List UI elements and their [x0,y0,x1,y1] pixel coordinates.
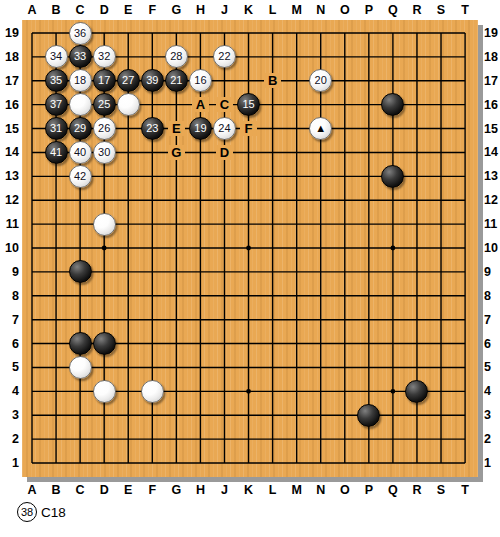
coord-bottom-F: F [140,482,164,498]
coord-right-18: 18 [484,49,500,65]
stone-white-J15[interactable]: 24 [213,117,236,140]
stone-number: 17 [98,75,110,86]
stone-black-D16[interactable]: 25 [93,93,116,116]
coord-left-3: 3 [0,407,19,423]
coord-top-E: E [116,2,140,18]
stone-number: 39 [146,75,158,86]
coord-right-8: 8 [484,288,500,304]
coord-left-4: 4 [0,383,19,399]
stone-white-D11[interactable] [93,213,116,236]
stone-number: 25 [98,99,110,110]
star-point-Q10 [391,246,396,251]
coord-right-19: 19 [484,25,500,41]
stone-number: 37 [50,99,62,110]
coord-left-9: 9 [0,264,19,280]
stone-number: 15 [242,99,254,110]
coord-top-G: G [164,2,188,18]
coord-right-11: 11 [484,216,500,232]
stone-black-C9[interactable] [69,260,92,283]
stone-number: 24 [218,123,230,134]
coord-top-M: M [285,2,309,18]
coord-right-15: 15 [484,121,500,137]
coord-left-13: 13 [0,168,19,184]
coord-bottom-C: C [68,482,92,498]
coord-bottom-T: T [453,482,477,498]
coord-top-F: F [140,2,164,18]
coord-top-H: H [188,2,212,18]
stone-number: 41 [50,147,62,158]
stone-number: 21 [170,75,182,86]
coord-left-8: 8 [0,288,19,304]
stone-number: 18 [74,75,86,86]
coord-right-14: 14 [484,144,500,160]
coord-top-N: N [309,2,333,18]
stone-black-F15[interactable]: 23 [141,117,164,140]
stone-number: 36 [74,28,86,39]
stone-black-D6[interactable] [93,332,116,355]
coord-left-12: 12 [0,192,19,208]
stone-white-D18[interactable]: 32 [93,45,116,68]
coord-top-S: S [429,2,453,18]
stone-number: 34 [50,51,62,62]
coord-left-19: 19 [0,25,19,41]
stone-white-D14[interactable]: 30 [93,141,116,164]
coord-bottom-Q: Q [381,482,405,498]
coord-left-10: 10 [0,240,19,256]
stone-white-B18[interactable]: 34 [45,45,68,68]
stone-number: 27 [122,75,134,86]
stone-number: 16 [194,75,206,86]
coord-right-1: 1 [484,455,500,471]
stone-black-E17[interactable]: 27 [117,69,140,92]
stone-white-C14[interactable]: 40 [69,141,92,164]
star-point-K4 [246,389,251,394]
go-board[interactable]: 3634333228223518172739211620372515312926… [22,20,478,477]
coord-bottom-H: H [188,482,212,498]
coord-left-7: 7 [0,312,19,328]
board-grid [22,20,478,477]
point-label-E: E [168,121,185,136]
coord-right-3: 3 [484,407,500,423]
coord-top-C: C [68,2,92,18]
stone-number: 32 [98,51,110,62]
coord-bottom-D: D [92,482,116,498]
point-label-G: G [168,145,185,160]
point-label-C: C [216,97,233,112]
stone-black-C15[interactable]: 29 [69,117,92,140]
stone-white-F4[interactable] [141,380,164,403]
stone-white-C17[interactable]: 18 [69,69,92,92]
stone-number: 35 [50,75,62,86]
coord-right-12: 12 [484,192,500,208]
coord-bottom-G: G [164,482,188,498]
point-label-A: A [192,97,209,112]
stone-black-H15[interactable]: 19 [189,117,212,140]
stone-number: 20 [315,75,327,86]
stone-number: 23 [146,123,158,134]
coord-bottom-R: R [405,482,429,498]
stone-number: 30 [98,147,110,158]
coord-right-5: 5 [484,359,500,375]
point-label-B: B [264,73,281,88]
coord-bottom-K: K [237,482,261,498]
stone-black-B17[interactable]: 35 [45,69,68,92]
coord-right-10: 10 [484,240,500,256]
stone-white-C5[interactable] [69,356,92,379]
stone-white-C19[interactable]: 36 [69,22,92,45]
coord-top-R: R [405,2,429,18]
coord-right-7: 7 [484,312,500,328]
star-point-K10 [246,246,251,251]
stone-white-C16[interactable] [69,93,92,116]
stone-black-P3[interactable] [357,404,380,427]
coord-bottom-P: P [357,482,381,498]
caption-coordinate: C18 [41,505,66,520]
move-caption: 38 C18 [17,501,66,523]
coord-bottom-S: S [429,482,453,498]
coord-left-2: 2 [0,431,19,447]
stone-white-D4[interactable] [93,380,116,403]
coord-left-11: 11 [0,216,19,232]
stone-black-G17[interactable]: 21 [165,69,188,92]
coord-top-Q: Q [381,2,405,18]
stone-number: 40 [74,147,86,158]
coord-top-P: P [357,2,381,18]
stone-black-D17[interactable]: 17 [93,69,116,92]
coord-top-O: O [333,2,357,18]
coord-right-6: 6 [484,336,500,352]
caption-stone-white-38: 38 [17,502,37,522]
coord-top-L: L [261,2,285,18]
star-point-D10 [102,246,107,251]
coord-bottom-A: A [20,482,44,498]
coord-right-4: 4 [484,383,500,399]
coord-left-15: 15 [0,121,19,137]
stone-number: 42 [74,171,86,182]
coord-right-16: 16 [484,97,500,113]
triangle-marker-icon: ▲ [315,123,326,134]
coord-top-B: B [44,2,68,18]
stone-white-E16[interactable] [117,93,140,116]
stone-number: 19 [194,123,206,134]
point-label-D: D [216,145,233,160]
go-diagram-page: 3634333228223518172739211620372515312926… [0,0,500,537]
coord-right-2: 2 [484,431,500,447]
coord-bottom-O: O [333,482,357,498]
point-label-F: F [240,121,257,136]
stone-number: 26 [98,123,110,134]
star-point-Q4 [391,389,396,394]
stone-number: 28 [170,51,182,62]
caption-move-number: 38 [21,506,33,518]
coord-left-16: 16 [0,97,19,113]
coord-bottom-E: E [116,482,140,498]
stone-black-C18[interactable]: 33 [69,45,92,68]
coord-left-6: 6 [0,336,19,352]
coord-right-9: 9 [484,264,500,280]
coord-left-1: 1 [0,455,19,471]
coord-left-5: 5 [0,359,19,375]
coord-right-13: 13 [484,168,500,184]
coord-bottom-L: L [261,482,285,498]
stone-black-B14[interactable]: 41 [45,141,68,164]
stone-black-B16[interactable]: 37 [45,93,68,116]
coord-bottom-J: J [212,482,236,498]
stone-black-C6[interactable] [69,332,92,355]
coord-right-17: 17 [484,73,500,89]
stone-number: 31 [50,123,62,134]
stone-white-C13[interactable]: 42 [69,165,92,188]
coord-bottom-N: N [309,482,333,498]
stone-white-D15[interactable]: 26 [93,117,116,140]
stone-black-F17[interactable]: 39 [141,69,164,92]
coord-top-D: D [92,2,116,18]
coord-left-18: 18 [0,49,19,65]
coord-left-14: 14 [0,144,19,160]
coord-top-K: K [237,2,261,18]
coord-top-T: T [453,2,477,18]
coord-bottom-B: B [44,482,68,498]
stone-number: 22 [218,51,230,62]
coord-left-17: 17 [0,73,19,89]
stone-number: 29 [74,123,86,134]
stone-black-B15[interactable]: 31 [45,117,68,140]
coord-bottom-M: M [285,482,309,498]
coord-top-J: J [212,2,236,18]
stone-number: 33 [74,51,86,62]
coord-top-A: A [20,2,44,18]
